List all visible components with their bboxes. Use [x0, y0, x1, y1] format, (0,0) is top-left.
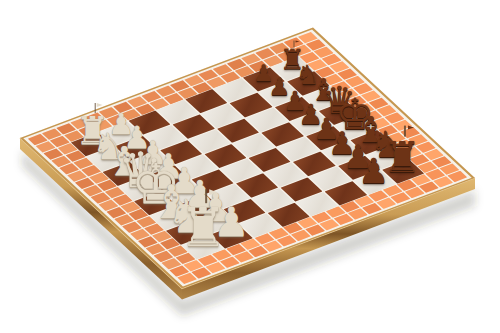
piece-white-rook[interactable]: ♜ [179, 202, 227, 255]
chess-set-photo-scene: ♜♞♝♛♚♝♞♜♟♟♟♟♟♟♟♟♟♟♟♟♟♟♟♟♜♞♝♛♚♝♞♜ [0, 0, 500, 333]
rook-flag [293, 40, 294, 47]
rook-flag [205, 189, 207, 203]
rook-flag [404, 126, 406, 137]
piece-brown-pawn[interactable]: ♟ [358, 154, 389, 189]
rook-flag [95, 103, 96, 113]
